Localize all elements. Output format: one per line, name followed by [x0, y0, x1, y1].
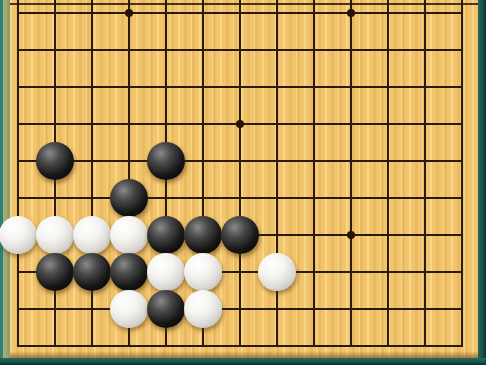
board-intersection[interactable] — [370, 254, 407, 291]
board-intersection[interactable] — [111, 143, 148, 180]
board-intersection[interactable] — [74, 0, 111, 32]
board-intersection[interactable] — [407, 291, 444, 328]
board-intersection[interactable] — [370, 143, 407, 180]
board-intersection[interactable] — [222, 254, 259, 291]
board-intersection[interactable] — [111, 217, 148, 254]
board-intersection[interactable] — [37, 0, 74, 32]
board-intersection[interactable] — [74, 254, 111, 291]
board-intersection[interactable] — [185, 180, 222, 217]
board-intersection[interactable] — [148, 106, 185, 143]
board-intersection[interactable] — [74, 69, 111, 106]
board-intersection[interactable] — [185, 217, 222, 254]
board-intersection[interactable] — [185, 32, 222, 69]
board-intersection[interactable] — [0, 106, 37, 143]
board-intersection[interactable] — [37, 69, 74, 106]
board-intersection[interactable] — [407, 32, 444, 69]
board-intersection[interactable] — [222, 143, 259, 180]
white-stone — [184, 253, 222, 291]
board-intersection[interactable] — [0, 32, 37, 69]
board-intersection[interactable] — [444, 143, 481, 180]
black-stone — [36, 253, 74, 291]
board-intersection[interactable] — [370, 0, 407, 32]
board-intersection[interactable] — [407, 69, 444, 106]
board-intersection[interactable] — [111, 291, 148, 328]
board-intersection[interactable] — [222, 32, 259, 69]
board-intersection[interactable] — [333, 180, 370, 217]
board-intersection[interactable] — [407, 0, 444, 32]
board-intersection[interactable] — [333, 32, 370, 69]
board-intersection[interactable] — [0, 217, 37, 254]
board-intersection[interactable] — [259, 217, 296, 254]
board-intersection[interactable] — [259, 254, 296, 291]
board-intersection[interactable] — [185, 69, 222, 106]
board-intersection[interactable] — [370, 217, 407, 254]
black-stone — [147, 216, 185, 254]
board-intersection[interactable] — [185, 106, 222, 143]
board-intersection[interactable] — [185, 143, 222, 180]
board-intersection[interactable] — [74, 291, 111, 328]
board-intersection[interactable] — [407, 217, 444, 254]
board-intersection[interactable] — [111, 180, 148, 217]
board-intersection[interactable] — [222, 291, 259, 328]
board-intersection[interactable] — [0, 143, 37, 180]
board-intersection[interactable] — [37, 143, 74, 180]
white-stone — [147, 253, 185, 291]
white-stone — [184, 290, 222, 328]
board-intersection[interactable] — [333, 0, 370, 32]
board-intersection[interactable] — [37, 106, 74, 143]
board-intersection[interactable] — [444, 0, 481, 32]
board-intersection[interactable] — [74, 180, 111, 217]
board-intersection[interactable] — [148, 69, 185, 106]
star-point — [347, 9, 355, 17]
board-intersection[interactable] — [74, 217, 111, 254]
board-intersection[interactable] — [296, 69, 333, 106]
board-intersection[interactable] — [333, 106, 370, 143]
board-intersection[interactable] — [407, 143, 444, 180]
white-stone — [110, 216, 148, 254]
board-intersection[interactable] — [148, 217, 185, 254]
board-intersection[interactable] — [0, 254, 37, 291]
board-intersection[interactable] — [444, 291, 481, 328]
board-intersection[interactable] — [111, 0, 148, 32]
board-intersection[interactable] — [296, 180, 333, 217]
board-intersection[interactable] — [333, 291, 370, 328]
board-intersection[interactable] — [296, 106, 333, 143]
board-intersection[interactable] — [111, 32, 148, 69]
board-intersection[interactable] — [37, 217, 74, 254]
board-intersection[interactable] — [37, 254, 74, 291]
board-intersection[interactable] — [74, 106, 111, 143]
board-intersection[interactable] — [444, 180, 481, 217]
board-intersection[interactable] — [148, 254, 185, 291]
black-stone — [184, 216, 222, 254]
board-intersection[interactable] — [259, 291, 296, 328]
black-stone — [147, 142, 185, 180]
board-intersection[interactable] — [37, 32, 74, 69]
board-intersection[interactable] — [444, 106, 481, 143]
go-board-grid — [0, 0, 481, 365]
white-stone — [258, 253, 296, 291]
board-intersection[interactable] — [222, 217, 259, 254]
board-intersection[interactable] — [296, 254, 333, 291]
star-point — [347, 231, 355, 239]
board-intersection[interactable] — [370, 291, 407, 328]
board-intersection[interactable] — [185, 254, 222, 291]
board-intersection[interactable] — [37, 291, 74, 328]
board-intersection[interactable] — [296, 32, 333, 69]
board-intersection[interactable] — [259, 0, 296, 32]
board-intersection[interactable] — [333, 69, 370, 106]
board-intersection[interactable] — [370, 69, 407, 106]
frame-bottom — [0, 358, 486, 365]
board-intersection[interactable] — [444, 217, 481, 254]
board-intersection[interactable] — [37, 180, 74, 217]
board-intersection[interactable] — [444, 69, 481, 106]
black-stone — [221, 216, 259, 254]
board-intersection[interactable] — [333, 254, 370, 291]
board-intersection[interactable] — [0, 69, 37, 106]
board-intersection[interactable] — [185, 0, 222, 32]
board-intersection[interactable] — [222, 180, 259, 217]
board-intersection[interactable] — [222, 69, 259, 106]
white-stone — [36, 216, 74, 254]
board-intersection[interactable] — [222, 106, 259, 143]
black-stone — [110, 179, 148, 217]
board-intersection[interactable] — [259, 143, 296, 180]
board-intersection[interactable] — [0, 0, 37, 32]
board-intersection[interactable] — [0, 291, 37, 328]
board-intersection[interactable] — [0, 180, 37, 217]
board-intersection[interactable] — [444, 254, 481, 291]
board-intersection[interactable] — [370, 32, 407, 69]
board-intersection[interactable] — [74, 143, 111, 180]
board-intersection[interactable] — [111, 106, 148, 143]
board-intersection[interactable] — [407, 180, 444, 217]
board-intersection[interactable] — [333, 217, 370, 254]
board-intersection[interactable] — [148, 291, 185, 328]
board-intersection[interactable] — [444, 32, 481, 69]
board-intersection[interactable] — [111, 254, 148, 291]
black-stone — [147, 290, 185, 328]
board-intersection[interactable] — [148, 0, 185, 32]
frame-right — [478, 0, 486, 365]
board-bottom-shade — [10, 351, 478, 358]
board-intersection[interactable] — [296, 217, 333, 254]
white-stone — [73, 216, 111, 254]
board-intersection[interactable] — [74, 32, 111, 69]
board-intersection[interactable] — [296, 0, 333, 32]
white-stone — [110, 290, 148, 328]
board-intersection[interactable] — [222, 0, 259, 32]
board-intersection[interactable] — [370, 180, 407, 217]
board-intersection[interactable] — [333, 143, 370, 180]
board-intersection[interactable] — [259, 180, 296, 217]
board-intersection[interactable] — [296, 291, 333, 328]
star-point — [236, 120, 244, 128]
board-intersection[interactable] — [407, 254, 444, 291]
black-stone — [36, 142, 74, 180]
board-intersection[interactable] — [111, 69, 148, 106]
white-stone — [0, 216, 37, 254]
board-intersection[interactable] — [148, 180, 185, 217]
board-intersection[interactable] — [185, 291, 222, 328]
board-intersection[interactable] — [296, 143, 333, 180]
board-intersection[interactable] — [259, 32, 296, 69]
board-intersection[interactable] — [259, 69, 296, 106]
board-intersection[interactable] — [259, 106, 296, 143]
board-intersection[interactable] — [148, 32, 185, 69]
black-stone — [73, 253, 111, 291]
black-stone — [110, 253, 148, 291]
board-intersection[interactable] — [370, 106, 407, 143]
star-point — [125, 9, 133, 17]
board-intersection[interactable] — [407, 106, 444, 143]
board-intersection[interactable] — [148, 143, 185, 180]
